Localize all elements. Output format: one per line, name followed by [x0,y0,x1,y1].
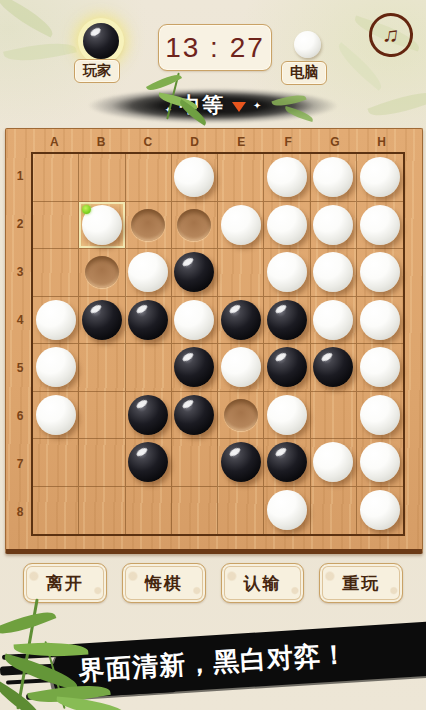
cell-H8[interactable] [357,487,403,535]
cell-D8[interactable] [172,487,218,535]
white-stone [313,300,353,340]
white-stone [174,300,214,340]
black-stone [267,442,307,482]
slogan-text: 界面清新，黑白对弈！ [77,636,349,688]
cell-E6[interactable] [218,392,264,440]
black-stone [267,300,307,340]
cell-E8[interactable] [218,487,264,535]
black-stone [174,395,214,435]
white-stone [221,347,261,387]
cell-B8[interactable] [79,487,125,535]
cell-G3[interactable] [311,249,357,297]
cell-C4[interactable] [126,297,172,345]
cell-D7[interactable] [172,439,218,487]
undo-button[interactable]: 悔棋 [122,563,206,603]
cell-F3[interactable] [264,249,310,297]
cell-H7[interactable] [357,439,403,487]
white-stone [36,300,76,340]
cell-B7[interactable] [79,439,125,487]
slogan-banner: 界面清新，黑白对弈！ [0,618,426,710]
valid-move-hole[interactable] [85,256,119,288]
cell-D5[interactable] [172,344,218,392]
cell-F6[interactable] [264,392,310,440]
cell-F4[interactable] [264,297,310,345]
cell-A1[interactable] [33,154,79,202]
player-stone [83,23,119,59]
cell-C2[interactable] [126,202,172,250]
cell-B6[interactable] [79,392,125,440]
black-stone [82,300,122,340]
black-stone [128,442,168,482]
cell-A2[interactable] [33,202,79,250]
white-stone [360,252,400,292]
column-label: D [171,132,218,152]
difficulty-selector[interactable]: ✦ 中等 ✦ [88,85,338,125]
white-stone [360,490,400,530]
valid-move-hole[interactable] [131,209,165,241]
game-screen: 玩家 13 : 27 电脑 ♫ ✦ 中等 ✦ A B C D E F [0,0,426,710]
black-stone [221,300,261,340]
cell-A7[interactable] [33,439,79,487]
white-stone [267,157,307,197]
action-buttons: 离开 悔棋 认输 重玩 [0,563,426,603]
music-note-icon: ♫ [381,23,400,47]
timer-box: 13 : 27 [158,24,272,71]
white-stone [360,300,400,340]
difficulty-label: 中等 [179,91,225,119]
cell-A6[interactable] [33,392,79,440]
cell-C1[interactable] [126,154,172,202]
column-label: G [312,132,359,152]
white-stone [313,157,353,197]
row-label: 6 [9,392,31,440]
column-labels: A B C D E F G H [31,132,405,152]
cell-C5[interactable] [126,344,172,392]
cell-H1[interactable] [357,154,403,202]
cell-C6[interactable] [126,392,172,440]
leave-button[interactable]: 离开 [23,563,107,603]
cell-A3[interactable] [33,249,79,297]
row-label: 2 [9,200,31,248]
white-stone [267,205,307,245]
white-stone [36,395,76,435]
cell-G8[interactable] [311,487,357,535]
cell-D1[interactable] [172,154,218,202]
cell-A8[interactable] [33,487,79,535]
column-label: B [78,132,125,152]
black-stone [174,347,214,387]
cell-H4[interactable] [357,297,403,345]
white-stone [313,252,353,292]
black-stone [174,252,214,292]
black-stone [267,347,307,387]
cell-F8[interactable] [264,487,310,535]
column-label: H [358,132,405,152]
cell-B3[interactable] [79,249,125,297]
row-label: 3 [9,248,31,296]
white-stone [360,395,400,435]
cell-E3[interactable] [218,249,264,297]
cell-E5[interactable] [218,344,264,392]
last-move-dot [82,205,91,214]
row-label: 7 [9,440,31,488]
computer-label: 电脑 [281,61,327,85]
cell-E7[interactable] [218,439,264,487]
cell-D3[interactable] [172,249,218,297]
black-stone [221,442,261,482]
white-stone [313,205,353,245]
computer-stone [294,31,321,58]
ink-band: 界面清新，黑白对弈！ [51,619,426,700]
white-stone [128,252,168,292]
cell-F1[interactable] [264,154,310,202]
white-stone [360,157,400,197]
row-label: 8 [9,488,31,536]
cell-B4[interactable] [79,297,125,345]
cell-E1[interactable] [218,154,264,202]
cell-D2[interactable] [172,202,218,250]
white-stone [221,205,261,245]
cell-D4[interactable] [172,297,218,345]
row-labels: 1 2 3 4 5 6 7 8 [9,152,31,536]
cell-E4[interactable] [218,297,264,345]
cell-G5[interactable] [311,344,357,392]
player-label: 玩家 [74,59,120,83]
cell-G7[interactable] [311,439,357,487]
column-label: F [265,132,312,152]
white-stone [360,347,400,387]
cell-D6[interactable] [172,392,218,440]
cell-C3[interactable] [126,249,172,297]
cell-G1[interactable] [311,154,357,202]
row-label: 5 [9,344,31,392]
valid-move-hole[interactable] [177,209,211,241]
resign-button[interactable]: 认输 [221,563,305,603]
black-stone [128,395,168,435]
cell-B2[interactable] [79,202,125,250]
white-stone [360,442,400,482]
black-stone [128,300,168,340]
white-stone [267,490,307,530]
column-label: C [125,132,172,152]
row-label: 1 [9,152,31,200]
cell-A5[interactable] [33,344,79,392]
cell-G4[interactable] [311,297,357,345]
cell-B1[interactable] [79,154,125,202]
white-stone [267,395,307,435]
sparkle-icon: ✦ [253,100,261,111]
cell-H3[interactable] [357,249,403,297]
dropdown-arrow-icon [232,102,246,112]
white-stone [360,205,400,245]
white-stone [267,252,307,292]
cell-C8[interactable] [126,487,172,535]
black-stone [313,347,353,387]
cell-B5[interactable] [79,344,125,392]
cell-H2[interactable] [357,202,403,250]
timer-value: 13 : 27 [165,32,265,64]
replay-button[interactable]: 重玩 [319,563,403,603]
board-grid [31,152,405,536]
cell-F5[interactable] [264,344,310,392]
column-label: A [31,132,78,152]
column-label: E [218,132,265,152]
cell-E2[interactable] [218,202,264,250]
cell-C7[interactable] [126,439,172,487]
cell-F7[interactable] [264,439,310,487]
white-stone [174,157,214,197]
cell-G2[interactable] [311,202,357,250]
valid-move-hole[interactable] [224,399,258,431]
cell-H5[interactable] [357,344,403,392]
cell-F2[interactable] [264,202,310,250]
white-stone [36,347,76,387]
cell-H6[interactable] [357,392,403,440]
sparkle-icon: ✦ [165,105,173,115]
cell-A4[interactable] [33,297,79,345]
white-stone [313,442,353,482]
board-frame: A B C D E F G H 1 2 3 4 5 6 7 8 [5,128,423,554]
row-label: 4 [9,296,31,344]
music-button[interactable]: ♫ [366,10,416,60]
cell-G6[interactable] [311,392,357,440]
